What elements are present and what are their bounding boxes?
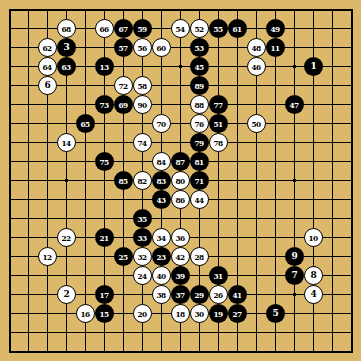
stone-white-6: 6 [38,76,57,95]
star-point [179,65,183,69]
move-number: 2 [64,290,70,299]
stone-black-83: 83 [152,171,171,190]
stone-black-21: 21 [95,228,114,247]
move-number: 80 [176,176,185,184]
stone-black-33: 33 [133,228,152,247]
move-number: 57 [119,43,128,51]
move-number: 55 [214,24,223,32]
go-board[interactable]: 1234567891011121314151617181920212223242… [0,0,361,361]
move-number: 32 [138,252,147,260]
move-number: 31 [214,271,223,279]
stone-black-39: 39 [171,266,190,285]
move-number: 8 [311,271,317,280]
stone-white-54: 54 [171,19,190,38]
stone-white-76: 76 [190,114,209,133]
move-number: 40 [157,271,166,279]
stone-white-48: 48 [247,38,266,57]
stone-black-43: 43 [152,190,171,209]
stone-white-66: 66 [95,19,114,38]
stone-white-32: 32 [133,247,152,266]
move-number: 54 [176,24,185,32]
move-number: 77 [214,100,223,108]
stone-white-38: 38 [152,285,171,304]
stone-black-45: 45 [190,57,209,76]
stone-white-78: 78 [209,133,228,152]
stone-black-3: 3 [57,38,76,57]
move-number: 38 [157,290,166,298]
move-number: 10 [309,233,318,241]
stone-white-8: 8 [304,266,323,285]
stone-white-62: 62 [38,38,57,57]
stone-white-52: 52 [190,19,209,38]
stone-white-70: 70 [152,114,171,133]
stone-black-37: 37 [171,285,190,304]
stone-black-13: 13 [95,57,114,76]
stone-black-61: 61 [228,19,247,38]
move-number: 41 [233,290,242,298]
stone-white-58: 58 [133,76,152,95]
stone-black-31: 31 [209,266,228,285]
stone-black-27: 27 [228,304,247,323]
stone-black-63: 63 [57,57,76,76]
move-number: 46 [252,62,261,70]
move-number: 48 [252,43,261,51]
move-number: 70 [157,119,166,127]
stone-black-25: 25 [114,247,133,266]
stone-white-4: 4 [304,285,323,304]
stone-black-73: 73 [95,95,114,114]
stone-white-18: 18 [171,304,190,323]
move-number: 15 [100,309,109,317]
move-number: 6 [45,81,51,90]
move-number: 58 [138,81,147,89]
move-number: 85 [119,176,128,184]
stone-white-16: 16 [76,304,95,323]
move-number: 86 [176,195,185,203]
stone-black-23: 23 [152,247,171,266]
move-number: 53 [195,43,204,51]
move-number: 19 [214,309,223,317]
move-number: 90 [138,100,147,108]
move-number: 26 [214,290,223,298]
stone-white-26: 26 [209,285,228,304]
stone-black-85: 85 [114,171,133,190]
stone-black-7: 7 [285,266,304,285]
stone-black-71: 71 [190,171,209,190]
stone-white-44: 44 [190,190,209,209]
move-number: 82 [138,176,147,184]
move-number: 69 [119,100,128,108]
move-number: 43 [157,195,166,203]
stone-white-36: 36 [171,228,190,247]
move-number: 67 [119,24,128,32]
move-number: 33 [138,233,147,241]
move-number: 89 [195,81,204,89]
stone-white-28: 28 [190,247,209,266]
move-number: 79 [195,138,204,146]
move-number: 78 [214,138,223,146]
move-number: 63 [62,62,71,70]
move-number: 28 [195,252,204,260]
stone-white-72: 72 [114,76,133,95]
stone-white-14: 14 [57,133,76,152]
move-number: 17 [100,290,109,298]
move-number: 76 [195,119,204,127]
stone-black-19: 19 [209,304,228,323]
stone-black-89: 89 [190,76,209,95]
move-number: 36 [176,233,185,241]
move-number: 24 [138,271,147,279]
move-number: 4 [311,290,317,299]
stone-black-15: 15 [95,304,114,323]
move-number: 49 [271,24,280,32]
stone-black-5: 5 [266,304,285,323]
move-number: 68 [62,24,71,32]
stone-white-74: 74 [133,133,152,152]
move-number: 25 [119,252,128,260]
stone-white-2: 2 [57,285,76,304]
move-number: 39 [176,271,185,279]
stone-white-40: 40 [152,266,171,285]
stone-white-68: 68 [57,19,76,38]
move-number: 7 [292,271,298,280]
move-number: 56 [138,43,147,51]
move-number: 65 [81,119,90,127]
star-point [293,179,297,183]
move-number: 88 [195,100,204,108]
stone-white-88: 88 [190,95,209,114]
star-point [65,179,69,183]
stone-black-29: 29 [190,285,209,304]
move-number: 72 [119,81,128,89]
move-number: 59 [138,24,147,32]
stone-white-20: 20 [133,304,152,323]
move-number: 47 [290,100,299,108]
stone-black-59: 59 [133,19,152,38]
stone-white-34: 34 [152,228,171,247]
stone-white-42: 42 [171,247,190,266]
move-number: 21 [100,233,109,241]
move-number: 74 [138,138,147,146]
star-point [293,65,297,69]
stone-white-30: 30 [190,304,209,323]
stone-white-60: 60 [152,38,171,57]
stone-white-80: 80 [171,171,190,190]
stone-white-24: 24 [133,266,152,285]
move-number: 37 [176,290,185,298]
stone-white-90: 90 [133,95,152,114]
move-number: 61 [233,24,242,32]
stone-black-51: 51 [209,114,228,133]
move-number: 60 [157,43,166,51]
stone-black-81: 81 [190,152,209,171]
move-number: 81 [195,157,204,165]
stone-white-86: 86 [171,190,190,209]
stone-white-82: 82 [133,171,152,190]
move-number: 62 [43,43,52,51]
stone-white-56: 56 [133,38,152,57]
move-number: 73 [100,100,109,108]
move-number: 34 [157,233,166,241]
move-number: 16 [81,309,90,317]
stone-black-87: 87 [171,152,190,171]
stone-black-77: 77 [209,95,228,114]
move-number: 51 [214,119,223,127]
move-number: 71 [195,176,204,184]
stone-white-84: 84 [152,152,171,171]
stone-black-53: 53 [190,38,209,57]
stone-black-47: 47 [285,95,304,114]
move-number: 64 [43,62,52,70]
move-number: 30 [195,309,204,317]
stone-white-46: 46 [247,57,266,76]
move-number: 83 [157,176,166,184]
stone-black-69: 69 [114,95,133,114]
move-number: 52 [195,24,204,32]
stone-black-11: 11 [266,38,285,57]
move-number: 45 [195,62,204,70]
move-number: 9 [292,252,298,261]
move-number: 87 [176,157,185,165]
move-number: 22 [62,233,71,241]
move-number: 66 [100,24,109,32]
move-number: 13 [100,62,109,70]
stone-black-65: 65 [76,114,95,133]
move-number: 35 [138,214,147,222]
stone-black-17: 17 [95,285,114,304]
move-number: 5 [273,309,279,318]
move-number: 23 [157,252,166,260]
star-point [293,293,297,297]
move-number: 14 [62,138,71,146]
move-number: 3 [64,43,70,52]
stone-black-49: 49 [266,19,285,38]
stone-white-64: 64 [38,57,57,76]
stone-black-9: 9 [285,247,304,266]
stone-black-1: 1 [304,57,323,76]
move-number: 75 [100,157,109,165]
move-number: 12 [43,252,52,260]
stone-black-55: 55 [209,19,228,38]
move-number: 29 [195,290,204,298]
stone-black-35: 35 [133,209,152,228]
move-number: 11 [271,43,280,51]
stone-white-10: 10 [304,228,323,247]
stone-black-75: 75 [95,152,114,171]
move-number: 44 [195,195,204,203]
move-number: 84 [157,157,166,165]
move-number: 1 [311,62,317,71]
stone-black-79: 79 [190,133,209,152]
stone-white-22: 22 [57,228,76,247]
stone-black-57: 57 [114,38,133,57]
move-number: 18 [176,309,185,317]
stone-white-12: 12 [38,247,57,266]
stone-white-50: 50 [247,114,266,133]
stone-black-67: 67 [114,19,133,38]
move-number: 50 [252,119,261,127]
move-number: 27 [233,309,242,317]
move-number: 20 [138,309,147,317]
move-number: 42 [176,252,185,260]
stone-black-41: 41 [228,285,247,304]
